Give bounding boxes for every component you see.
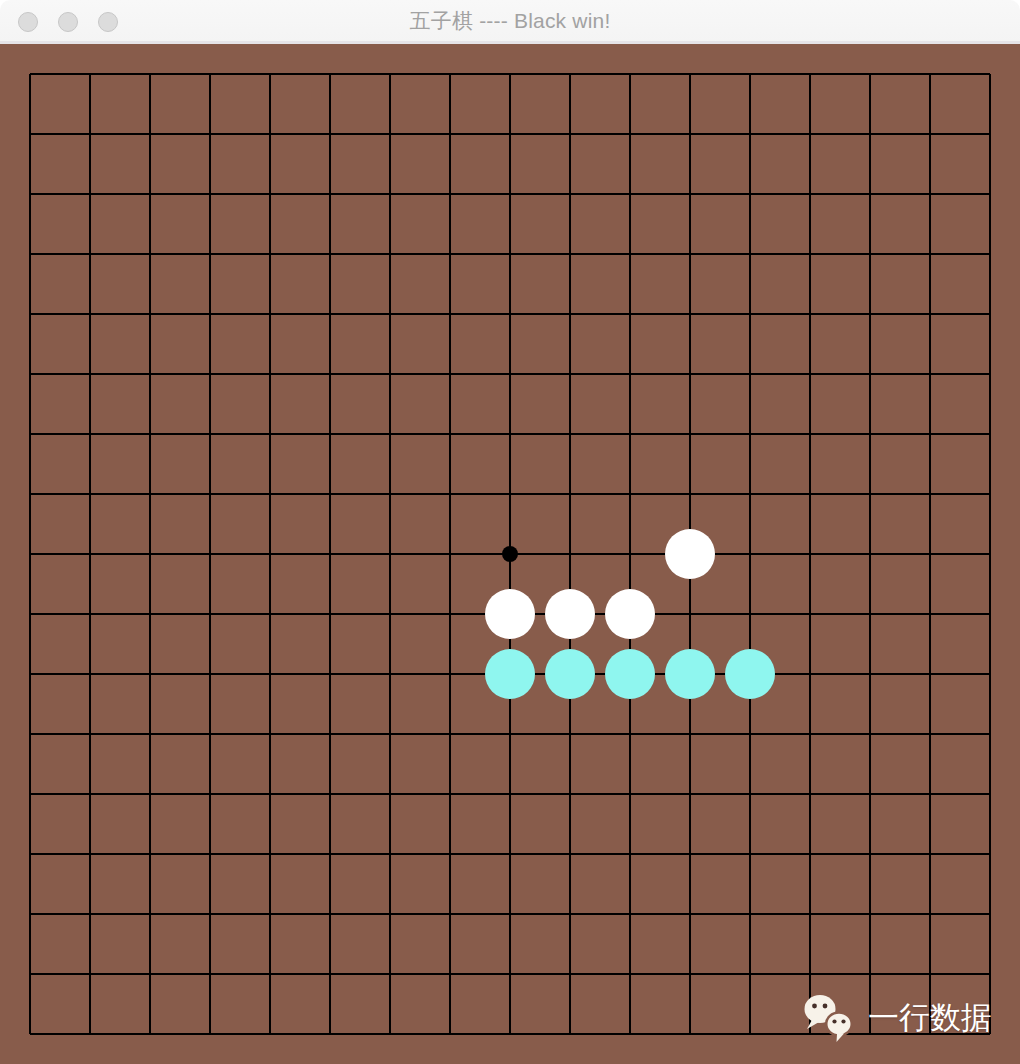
white-stone	[485, 589, 535, 639]
white-stone	[605, 589, 655, 639]
window-title: 五子棋 ---- Black win!	[410, 7, 611, 35]
black-winning-stone	[665, 649, 715, 699]
white-stone	[665, 529, 715, 579]
black-winning-stone	[725, 649, 775, 699]
minimize-button[interactable]	[58, 12, 78, 32]
black-winning-stone	[545, 649, 595, 699]
black-winning-stone	[485, 649, 535, 699]
traffic-lights	[18, 12, 118, 32]
zoom-button[interactable]	[98, 12, 118, 32]
gomoku-board[interactable]: 一行数据	[0, 44, 1020, 1064]
app-window: 五子棋 ---- Black win! 一行数据	[0, 0, 1020, 1064]
black-winning-stone	[605, 649, 655, 699]
close-button[interactable]	[18, 12, 38, 32]
window-titlebar[interactable]: 五子棋 ---- Black win!	[0, 0, 1020, 44]
white-stone	[545, 589, 595, 639]
board-grid	[0, 44, 1020, 1064]
